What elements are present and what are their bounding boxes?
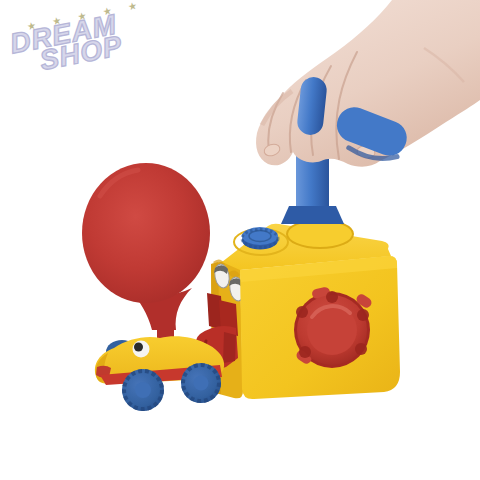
- rod-base-flare: [281, 206, 344, 224]
- car-eye: [133, 341, 150, 358]
- red-balloon: [82, 163, 210, 330]
- product-photo: ★ ★ ★ ★ ★ DREAM SHOP: [0, 0, 480, 480]
- pump-button: [242, 227, 278, 250]
- balloon-body: [82, 163, 210, 303]
- rod-boss: [287, 220, 353, 248]
- launcher-box: [196, 220, 400, 399]
- toy-photo-illustration: [0, 0, 480, 480]
